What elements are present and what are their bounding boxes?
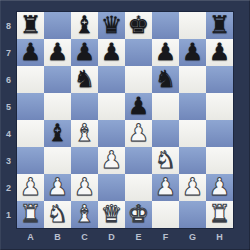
square-e1[interactable]: ♚ xyxy=(125,201,152,228)
square-d6[interactable] xyxy=(98,66,125,93)
file-label-c: C xyxy=(71,229,98,244)
square-a1[interactable]: ♜ xyxy=(17,201,44,228)
black-bishop[interactable]: ♝ xyxy=(47,120,69,147)
black-pawn[interactable]: ♟ xyxy=(74,39,96,66)
rank-label-1: 1 xyxy=(0,201,17,228)
black-pawn[interactable]: ♟ xyxy=(155,39,177,66)
rank-labels: 87654321 xyxy=(0,12,17,228)
black-knight[interactable]: ♞ xyxy=(74,66,96,93)
rank-label-5: 5 xyxy=(0,93,17,120)
rank-label-6: 6 xyxy=(0,66,17,93)
square-g7[interactable]: ♟ xyxy=(179,39,206,66)
square-b6[interactable] xyxy=(44,66,71,93)
square-f4[interactable] xyxy=(152,120,179,147)
file-label-a: A xyxy=(17,229,44,244)
square-c8[interactable]: ♝ xyxy=(71,12,98,39)
square-h7[interactable]: ♟ xyxy=(206,39,233,66)
square-c5[interactable] xyxy=(71,93,98,120)
square-e3[interactable] xyxy=(125,147,152,174)
white-bishop[interactable]: ♝ xyxy=(74,120,96,147)
square-h3[interactable] xyxy=(206,147,233,174)
white-king[interactable]: ♚ xyxy=(128,201,150,228)
square-h2[interactable]: ♟ xyxy=(206,174,233,201)
file-label-d: D xyxy=(98,229,125,244)
rank-label-3: 3 xyxy=(0,147,17,174)
square-c4[interactable]: ♝ xyxy=(71,120,98,147)
square-c1[interactable]: ♝ xyxy=(71,201,98,228)
square-b5[interactable] xyxy=(44,93,71,120)
square-a3[interactable] xyxy=(17,147,44,174)
square-f5[interactable] xyxy=(152,93,179,120)
square-b2[interactable]: ♟ xyxy=(44,174,71,201)
square-a4[interactable] xyxy=(17,120,44,147)
file-label-f: F xyxy=(152,229,179,244)
white-pawn[interactable]: ♟ xyxy=(47,174,69,201)
square-d5[interactable] xyxy=(98,93,125,120)
black-king[interactable]: ♚ xyxy=(128,12,150,39)
white-rook[interactable]: ♜ xyxy=(20,201,42,228)
white-pawn[interactable]: ♟ xyxy=(128,120,150,147)
rank-label-7: 7 xyxy=(0,39,17,66)
rank-label-2: 2 xyxy=(0,174,17,201)
square-c7[interactable]: ♟ xyxy=(71,39,98,66)
square-d1[interactable]: ♛ xyxy=(98,201,125,228)
square-a6[interactable] xyxy=(17,66,44,93)
white-knight[interactable]: ♞ xyxy=(155,147,177,174)
square-f7[interactable]: ♟ xyxy=(152,39,179,66)
square-f6[interactable]: ♞ xyxy=(152,66,179,93)
square-b8[interactable] xyxy=(44,12,71,39)
white-pawn[interactable]: ♟ xyxy=(182,174,204,201)
black-pawn[interactable]: ♟ xyxy=(101,39,123,66)
black-pawn[interactable]: ♟ xyxy=(182,39,204,66)
square-d4[interactable] xyxy=(98,120,125,147)
black-rook[interactable]: ♜ xyxy=(209,12,231,39)
black-bishop[interactable]: ♝ xyxy=(74,12,96,39)
black-queen[interactable]: ♛ xyxy=(101,12,123,39)
square-g4[interactable] xyxy=(179,120,206,147)
square-e4[interactable]: ♟ xyxy=(125,120,152,147)
chess-board[interactable]: ♜♝♛♚♜♟♟♟♟♟♟♟♞♞♟♝♝♟♟♞♟♟♟♟♟♟♜♞♝♛♚♜ xyxy=(17,12,233,228)
square-h5[interactable] xyxy=(206,93,233,120)
white-pawn[interactable]: ♟ xyxy=(20,174,42,201)
square-e5[interactable]: ♟ xyxy=(125,93,152,120)
black-pawn[interactable]: ♟ xyxy=(47,39,69,66)
file-label-b: B xyxy=(44,229,71,244)
square-f1[interactable] xyxy=(152,201,179,228)
square-e2[interactable] xyxy=(125,174,152,201)
white-pawn[interactable]: ♟ xyxy=(155,174,177,201)
square-a5[interactable] xyxy=(17,93,44,120)
square-b4[interactable]: ♝ xyxy=(44,120,71,147)
white-pawn[interactable]: ♟ xyxy=(209,174,231,201)
square-c3[interactable] xyxy=(71,147,98,174)
square-b3[interactable] xyxy=(44,147,71,174)
black-knight[interactable]: ♞ xyxy=(155,66,177,93)
square-f8[interactable] xyxy=(152,12,179,39)
square-h4[interactable] xyxy=(206,120,233,147)
square-f3[interactable]: ♞ xyxy=(152,147,179,174)
square-d3[interactable]: ♟ xyxy=(98,147,125,174)
square-d7[interactable]: ♟ xyxy=(98,39,125,66)
square-a7[interactable]: ♟ xyxy=(17,39,44,66)
square-h1[interactable]: ♜ xyxy=(206,201,233,228)
rank-label-8: 8 xyxy=(0,12,17,39)
rank-label-4: 4 xyxy=(0,120,17,147)
file-labels: ABCDEFGH xyxy=(17,229,233,244)
square-b7[interactable]: ♟ xyxy=(44,39,71,66)
square-g2[interactable]: ♟ xyxy=(179,174,206,201)
black-pawn[interactable]: ♟ xyxy=(128,93,150,120)
square-d2[interactable] xyxy=(98,174,125,201)
white-knight[interactable]: ♞ xyxy=(47,201,69,228)
black-pawn[interactable]: ♟ xyxy=(20,39,42,66)
square-g8[interactable] xyxy=(179,12,206,39)
white-pawn[interactable]: ♟ xyxy=(74,174,96,201)
white-rook[interactable]: ♜ xyxy=(209,201,231,228)
file-label-e: E xyxy=(125,229,152,244)
square-e7[interactable] xyxy=(125,39,152,66)
white-queen[interactable]: ♛ xyxy=(101,201,123,228)
square-g6[interactable] xyxy=(179,66,206,93)
square-g1[interactable] xyxy=(179,201,206,228)
square-d8[interactable]: ♛ xyxy=(98,12,125,39)
square-e8[interactable]: ♚ xyxy=(125,12,152,39)
square-f2[interactable]: ♟ xyxy=(152,174,179,201)
black-rook[interactable]: ♜ xyxy=(20,12,42,39)
chess-board-frame: 87654321 ♜♝♛♚♜♟♟♟♟♟♟♟♞♞♟♝♝♟♟♞♟♟♟♟♟♟♜♞♝♛♚… xyxy=(0,0,250,250)
square-g3[interactable] xyxy=(179,147,206,174)
white-pawn[interactable]: ♟ xyxy=(101,147,123,174)
square-g5[interactable] xyxy=(179,93,206,120)
file-label-g: G xyxy=(179,229,206,244)
square-h6[interactable] xyxy=(206,66,233,93)
file-label-h: H xyxy=(206,229,233,244)
square-a2[interactable]: ♟ xyxy=(17,174,44,201)
white-bishop[interactable]: ♝ xyxy=(74,201,96,228)
square-a8[interactable]: ♜ xyxy=(17,12,44,39)
black-pawn[interactable]: ♟ xyxy=(209,39,231,66)
square-e6[interactable] xyxy=(125,66,152,93)
square-b1[interactable]: ♞ xyxy=(44,201,71,228)
square-c6[interactable]: ♞ xyxy=(71,66,98,93)
square-h8[interactable]: ♜ xyxy=(206,12,233,39)
square-c2[interactable]: ♟ xyxy=(71,174,98,201)
